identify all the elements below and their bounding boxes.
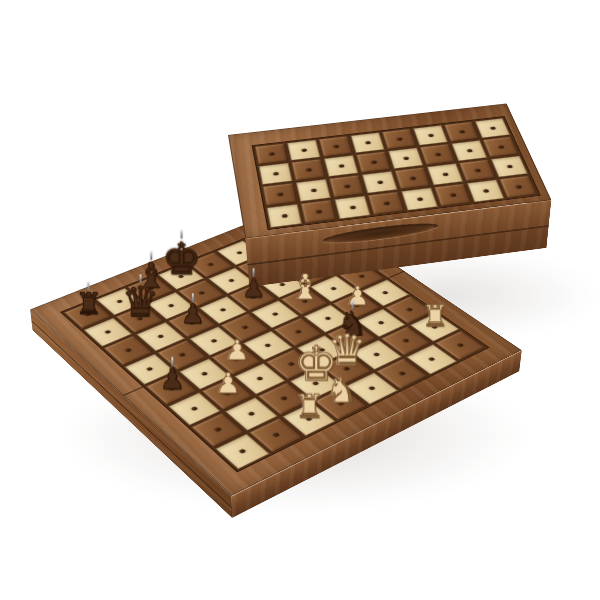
peg-hole xyxy=(241,325,248,329)
box-tile-3-8 xyxy=(491,156,528,178)
square-c5 xyxy=(189,326,238,355)
peg-hole xyxy=(256,376,263,380)
box-tile-2-6 xyxy=(420,144,456,165)
peg-hole xyxy=(457,343,464,347)
peg-hole xyxy=(474,168,480,172)
peg-hole xyxy=(318,348,325,352)
peg-hole xyxy=(210,339,217,343)
peg-hole xyxy=(489,126,495,129)
peg-hole xyxy=(310,188,316,192)
box-tile-3-7 xyxy=(459,159,496,181)
peg-hole xyxy=(344,184,350,188)
peg-hole xyxy=(348,334,355,338)
peg-hole xyxy=(279,283,286,287)
peg-hole xyxy=(228,279,235,283)
peg-hole xyxy=(116,299,123,303)
square-e3 xyxy=(297,335,347,365)
box-tile-1-7 xyxy=(444,122,479,142)
peg-hole xyxy=(409,176,415,180)
box-tile-4-2 xyxy=(301,200,337,224)
box-tile-3-1 xyxy=(263,183,298,206)
peg-hole xyxy=(207,263,214,267)
box-tile-3-4 xyxy=(362,171,398,193)
peg-hole xyxy=(406,308,413,312)
peg-hole xyxy=(191,406,198,411)
peg-hole xyxy=(398,371,405,375)
peg-hole xyxy=(337,401,345,406)
peg-hole xyxy=(301,148,307,151)
box-tile-3-3 xyxy=(329,175,364,197)
peg-hole xyxy=(338,164,344,168)
peg-hole xyxy=(136,317,143,321)
peg-hole xyxy=(178,275,185,279)
peg-hole xyxy=(305,416,313,421)
box-tile-2-3 xyxy=(324,155,359,177)
peg-hole xyxy=(277,192,283,196)
box-tile-2-5 xyxy=(388,148,423,169)
peg-hole xyxy=(358,274,365,278)
peg-hole xyxy=(498,145,504,148)
peg-hole xyxy=(84,312,91,316)
square-b4 xyxy=(179,358,230,389)
box-tile-1-8 xyxy=(475,118,510,138)
peg-hole xyxy=(189,321,196,325)
peg-hole xyxy=(295,330,302,334)
peg-hole xyxy=(272,312,279,316)
peg-hole xyxy=(168,304,175,308)
peg-hole xyxy=(147,287,154,291)
peg-hole xyxy=(264,343,271,347)
box-tile-1-4 xyxy=(351,132,385,153)
peg-hole xyxy=(269,152,275,156)
peg-hole xyxy=(442,172,448,176)
peg-hole xyxy=(428,133,434,136)
peg-hole xyxy=(466,149,472,152)
peg-hole xyxy=(403,156,409,160)
peg-hole xyxy=(396,137,402,140)
peg-hole xyxy=(239,449,247,454)
tactile-pin xyxy=(180,230,182,239)
box-tile-1-5 xyxy=(382,129,416,149)
peg-hole xyxy=(214,427,222,432)
peg-hole xyxy=(301,299,308,303)
peg-hole xyxy=(435,153,441,157)
peg-hole xyxy=(250,295,257,299)
box-tile-3-6 xyxy=(427,163,463,185)
peg-hole xyxy=(236,251,242,255)
product-photo-stage: ♜♝♚♛♟♟♝♟♟♟♟♞♚♛♜♜♞ xyxy=(0,0,600,600)
square-b3 xyxy=(202,377,254,409)
box-tile-1-2 xyxy=(287,140,320,161)
peg-hole xyxy=(179,353,186,357)
peg-hole xyxy=(382,291,389,295)
peg-hole xyxy=(431,325,438,329)
box-tile-1-1 xyxy=(255,143,288,164)
peg-hole xyxy=(233,357,240,361)
peg-hole xyxy=(198,291,205,295)
peg-hole xyxy=(459,130,465,133)
box-tile-1-6 xyxy=(413,125,448,145)
peg-hole xyxy=(377,321,384,325)
peg-hole xyxy=(219,308,226,312)
peg-hole xyxy=(506,165,512,169)
peg-hole xyxy=(353,303,360,307)
peg-hole xyxy=(371,160,377,164)
box-tile-2-8 xyxy=(483,136,519,157)
box-tile-2-7 xyxy=(451,140,487,161)
peg-hole xyxy=(168,386,175,391)
box-tile-1-3 xyxy=(319,136,353,157)
peg-hole xyxy=(288,362,295,366)
peg-hole xyxy=(365,141,371,144)
box-tile-3-5 xyxy=(395,167,431,189)
peg-hole xyxy=(201,372,208,376)
tactile-pin xyxy=(150,251,152,260)
peg-hole xyxy=(333,144,339,147)
peg-hole xyxy=(324,316,331,320)
closed-chess-box xyxy=(228,103,551,238)
peg-hole xyxy=(330,287,337,291)
peg-hole xyxy=(272,432,280,437)
peg-hole xyxy=(368,386,375,391)
